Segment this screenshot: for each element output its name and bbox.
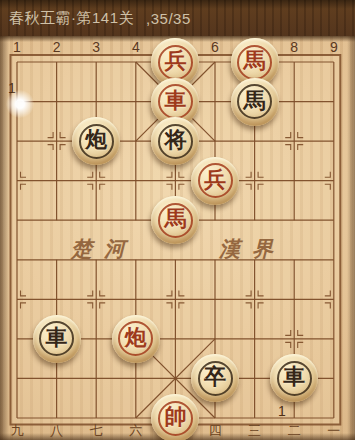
file-label-bottom: 四 (205, 422, 225, 440)
xiangqi-app: 春秋五霸·第141关 ,35/35 123456789 九八七六五四三二一 楚河… (0, 0, 355, 440)
piece-glyph: 馬 (244, 90, 266, 112)
piece-red-炮[interactable]: 炮 (112, 315, 160, 363)
file-label-bottom: 一 (324, 422, 344, 440)
piece-black-炮[interactable]: 炮 (72, 117, 120, 165)
piece-glyph: 車 (283, 366, 305, 388)
file-label-bottom: 九 (7, 422, 27, 440)
river-text-right: 漢界 (207, 235, 297, 263)
piece-red-兵[interactable]: 兵 (191, 157, 239, 205)
level-title: 春秋五霸·第141关 (9, 9, 134, 28)
piece-glyph: 帥 (164, 406, 186, 428)
piece-glyph: 卒 (204, 366, 226, 388)
piece-glyph: 炮 (125, 327, 147, 349)
file-label-bottom: 三 (245, 422, 265, 440)
level-progress: ,35/35 (146, 10, 191, 27)
piece-black-馬[interactable]: 馬 (231, 78, 279, 126)
file-label-top: 8 (284, 39, 304, 55)
piece-glyph: 馬 (244, 50, 266, 72)
piece-glyph: 車 (46, 327, 68, 349)
file-label-top: 2 (47, 39, 67, 55)
file-label-bottom: 二 (284, 422, 304, 440)
file-label-bottom: 七 (86, 422, 106, 440)
move-number-label: 1 (278, 403, 286, 419)
file-label-bottom: 八 (47, 422, 67, 440)
piece-black-車[interactable]: 車 (33, 315, 81, 363)
piece-red-帥[interactable]: 帥 (151, 394, 199, 440)
file-label-top: 3 (86, 39, 106, 55)
last-move-glow (6, 90, 34, 118)
piece-glyph: 炮 (85, 129, 107, 151)
file-label-top: 9 (324, 39, 344, 55)
file-label-top: 1 (7, 39, 27, 55)
piece-glyph: 兵 (204, 169, 226, 191)
piece-glyph: 馬 (164, 208, 186, 230)
file-label-top: 6 (205, 39, 225, 55)
piece-glyph: 車 (164, 90, 186, 112)
file-label-top: 4 (126, 39, 146, 55)
piece-glyph: 兵 (164, 50, 186, 72)
header-bar: 春秋五霸·第141关 ,35/35 (0, 0, 355, 36)
river-text-left: 楚河 (59, 235, 149, 263)
piece-glyph: 将 (164, 129, 186, 151)
file-label-bottom: 六 (126, 422, 146, 440)
